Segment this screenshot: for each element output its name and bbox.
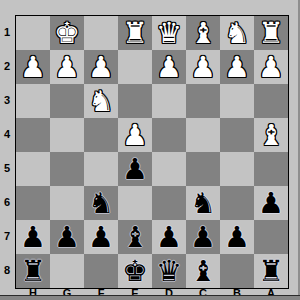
square-h3[interactable] xyxy=(16,84,50,118)
square-d8[interactable]: ♛ xyxy=(152,254,186,288)
square-b7[interactable]: ♟ xyxy=(220,220,254,254)
square-h2[interactable]: ♟ xyxy=(16,50,50,84)
rank-label-7: 7 xyxy=(0,219,14,253)
piece-black-bishop[interactable]: ♝ xyxy=(122,223,148,252)
square-d3[interactable] xyxy=(152,84,186,118)
square-e4[interactable]: ♟ xyxy=(118,118,152,152)
square-h4[interactable] xyxy=(16,118,50,152)
square-c5[interactable] xyxy=(186,152,220,186)
square-b6[interactable] xyxy=(220,186,254,220)
square-d6[interactable] xyxy=(152,186,186,220)
square-g1[interactable]: ♚ xyxy=(50,16,84,50)
piece-black-pawn[interactable]: ♟ xyxy=(20,223,46,252)
piece-white-pawn[interactable]: ♟ xyxy=(88,53,114,82)
square-g5[interactable] xyxy=(50,152,84,186)
piece-black-pawn[interactable]: ♟ xyxy=(258,189,284,218)
square-b1[interactable]: ♞ xyxy=(220,16,254,50)
square-d1[interactable]: ♛ xyxy=(152,16,186,50)
rank-label-2: 2 xyxy=(0,49,14,83)
rank-label-1: 1 xyxy=(0,15,14,49)
square-f2[interactable]: ♟ xyxy=(84,50,118,84)
square-h5[interactable] xyxy=(16,152,50,186)
piece-black-king[interactable]: ♚ xyxy=(122,257,148,286)
piece-white-pawn[interactable]: ♟ xyxy=(224,53,250,82)
square-e8[interactable]: ♚ xyxy=(118,254,152,288)
square-e5[interactable]: ♟ xyxy=(118,152,152,186)
square-g7[interactable]: ♟ xyxy=(50,220,84,254)
square-f1[interactable] xyxy=(84,16,118,50)
piece-black-rook[interactable]: ♜ xyxy=(20,257,46,286)
square-c2[interactable]: ♟ xyxy=(186,50,220,84)
piece-white-king[interactable]: ♚ xyxy=(54,19,80,48)
piece-white-bishop[interactable]: ♝ xyxy=(258,121,284,150)
piece-white-queen[interactable]: ♛ xyxy=(156,19,182,48)
square-c7[interactable]: ♟ xyxy=(186,220,220,254)
square-f4[interactable] xyxy=(84,118,118,152)
square-f5[interactable] xyxy=(84,152,118,186)
square-a2[interactable]: ♟ xyxy=(254,50,288,84)
piece-black-knight[interactable]: ♞ xyxy=(88,189,114,218)
square-e1[interactable]: ♜ xyxy=(118,16,152,50)
piece-white-knight[interactable]: ♞ xyxy=(224,19,250,48)
square-d4[interactable] xyxy=(152,118,186,152)
square-f6[interactable]: ♞ xyxy=(84,186,118,220)
square-c8[interactable]: ♝ xyxy=(186,254,220,288)
panel-right-shadow xyxy=(298,0,300,300)
square-e2[interactable] xyxy=(118,50,152,84)
square-e3[interactable] xyxy=(118,84,152,118)
piece-black-knight[interactable]: ♞ xyxy=(190,189,216,218)
square-d2[interactable]: ♟ xyxy=(152,50,186,84)
rank-label-8: 8 xyxy=(0,253,14,287)
piece-black-queen[interactable]: ♛ xyxy=(156,257,182,286)
square-e6[interactable] xyxy=(118,186,152,220)
square-b8[interactable] xyxy=(220,254,254,288)
piece-white-rook[interactable]: ♜ xyxy=(122,19,148,48)
square-a6[interactable]: ♟ xyxy=(254,186,288,220)
square-b4[interactable] xyxy=(220,118,254,152)
square-h1[interactable] xyxy=(16,16,50,50)
square-c4[interactable] xyxy=(186,118,220,152)
square-f3[interactable]: ♞ xyxy=(84,84,118,118)
square-g4[interactable] xyxy=(50,118,84,152)
square-g8[interactable] xyxy=(50,254,84,288)
piece-black-pawn[interactable]: ♟ xyxy=(190,223,216,252)
square-a7[interactable] xyxy=(254,220,288,254)
square-b3[interactable] xyxy=(220,84,254,118)
square-d5[interactable] xyxy=(152,152,186,186)
chess-board-panel: ♚♜♛♝♞♜♟♟♟♟♟♟♟♞♟♝♟♞♞♟♟♟♟♝♟♟♟♜♚♛♝♜ 1234567… xyxy=(0,0,300,300)
piece-white-pawn[interactable]: ♟ xyxy=(156,53,182,82)
square-a3[interactable] xyxy=(254,84,288,118)
square-g2[interactable]: ♟ xyxy=(50,50,84,84)
piece-black-pawn[interactable]: ♟ xyxy=(54,223,80,252)
square-c1[interactable]: ♝ xyxy=(186,16,220,50)
panel-bottom-shadow xyxy=(0,295,300,300)
square-g6[interactable] xyxy=(50,186,84,220)
square-f7[interactable]: ♟ xyxy=(84,220,118,254)
square-h8[interactable]: ♜ xyxy=(16,254,50,288)
piece-black-pawn[interactable]: ♟ xyxy=(122,155,148,184)
piece-black-pawn[interactable]: ♟ xyxy=(224,223,250,252)
rank-label-6: 6 xyxy=(0,185,14,219)
square-f8[interactable] xyxy=(84,254,118,288)
square-g3[interactable] xyxy=(50,84,84,118)
square-c6[interactable]: ♞ xyxy=(186,186,220,220)
piece-white-pawn[interactable]: ♟ xyxy=(54,53,80,82)
piece-black-pawn[interactable]: ♟ xyxy=(88,223,114,252)
square-b2[interactable]: ♟ xyxy=(220,50,254,84)
square-h7[interactable]: ♟ xyxy=(16,220,50,254)
piece-white-bishop[interactable]: ♝ xyxy=(190,19,216,48)
square-h6[interactable] xyxy=(16,186,50,220)
square-a8[interactable]: ♜ xyxy=(254,254,288,288)
chess-board: ♚♜♛♝♞♜♟♟♟♟♟♟♟♞♟♝♟♞♞♟♟♟♟♝♟♟♟♜♚♛♝♜ xyxy=(15,15,289,289)
square-d7[interactable]: ♟ xyxy=(152,220,186,254)
square-e7[interactable]: ♝ xyxy=(118,220,152,254)
square-a1[interactable]: ♜ xyxy=(254,16,288,50)
piece-white-pawn[interactable]: ♟ xyxy=(258,53,284,82)
piece-white-pawn[interactable]: ♟ xyxy=(190,53,216,82)
piece-black-rook[interactable]: ♜ xyxy=(258,257,284,286)
square-a4[interactable]: ♝ xyxy=(254,118,288,152)
rank-label-5: 5 xyxy=(0,151,14,185)
rank-label-3: 3 xyxy=(0,83,14,117)
square-b5[interactable] xyxy=(220,152,254,186)
rank-label-4: 4 xyxy=(0,117,14,151)
square-c3[interactable] xyxy=(186,84,220,118)
square-a5[interactable] xyxy=(254,152,288,186)
piece-white-knight[interactable]: ♞ xyxy=(88,87,114,116)
piece-black-pawn[interactable]: ♟ xyxy=(156,223,182,252)
piece-white-pawn[interactable]: ♟ xyxy=(122,121,148,150)
piece-white-pawn[interactable]: ♟ xyxy=(20,53,46,82)
piece-black-bishop[interactable]: ♝ xyxy=(190,257,216,286)
piece-white-rook[interactable]: ♜ xyxy=(258,19,284,48)
